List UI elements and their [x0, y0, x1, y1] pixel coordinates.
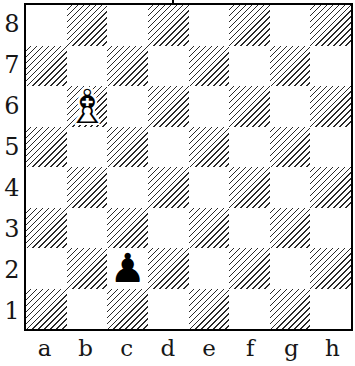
file-label-b: b: [65, 331, 106, 364]
square-a3[interactable]: [26, 208, 67, 249]
square-a6[interactable]: [26, 86, 67, 127]
file-label-h: h: [312, 331, 353, 364]
file-label-e: e: [189, 331, 230, 364]
square-g8[interactable]: [270, 5, 311, 46]
square-f2[interactable]: [229, 248, 270, 289]
square-h8[interactable]: [310, 5, 351, 46]
square-h4[interactable]: [310, 167, 351, 208]
square-f5[interactable]: [229, 127, 270, 168]
square-d4[interactable]: [148, 167, 189, 208]
square-b2[interactable]: [67, 248, 108, 289]
file-labels: abcdefgh: [24, 331, 353, 364]
file-label-g: g: [271, 331, 312, 364]
chess-board: ♝♗♟: [24, 3, 353, 331]
square-b4[interactable]: [67, 167, 108, 208]
square-g2[interactable]: [270, 248, 311, 289]
square-f4[interactable]: [229, 167, 270, 208]
square-e5[interactable]: [189, 127, 230, 168]
square-a8[interactable]: [26, 5, 67, 46]
square-b5[interactable]: [67, 127, 108, 168]
white-bishop-piece[interactable]: ♝♗: [67, 86, 108, 127]
square-f8[interactable]: [229, 5, 270, 46]
square-h5[interactable]: [310, 127, 351, 168]
square-c4[interactable]: [107, 167, 148, 208]
square-e7[interactable]: [189, 46, 230, 87]
square-b3[interactable]: [67, 208, 108, 249]
square-g7[interactable]: [270, 46, 311, 87]
square-d7[interactable]: [148, 46, 189, 87]
square-a4[interactable]: [26, 167, 67, 208]
square-h7[interactable]: [310, 46, 351, 87]
square-d2[interactable]: [148, 248, 189, 289]
square-a5[interactable]: [26, 127, 67, 168]
rank-label-2: 2: [0, 249, 24, 290]
square-g1[interactable]: [270, 289, 311, 330]
file-label-d: d: [147, 331, 188, 364]
square-g3[interactable]: [270, 208, 311, 249]
square-c6[interactable]: [107, 86, 148, 127]
file-label-a: a: [24, 331, 65, 364]
square-c3[interactable]: [107, 208, 148, 249]
square-a2[interactable]: [26, 248, 67, 289]
rank-label-6: 6: [0, 85, 24, 126]
file-label-f: f: [230, 331, 271, 364]
square-b8[interactable]: [67, 5, 108, 46]
square-e1[interactable]: [189, 289, 230, 330]
square-d5[interactable]: [148, 127, 189, 168]
square-f6[interactable]: [229, 86, 270, 127]
rank-label-3: 3: [0, 208, 24, 249]
square-g5[interactable]: [270, 127, 311, 168]
square-h1[interactable]: [310, 289, 351, 330]
square-d3[interactable]: [148, 208, 189, 249]
square-d8[interactable]: [148, 5, 189, 46]
rank-label-4: 4: [0, 167, 24, 208]
square-e6[interactable]: [189, 86, 230, 127]
rank-label-7: 7: [0, 44, 24, 85]
square-d6[interactable]: [148, 86, 189, 127]
square-d1[interactable]: [148, 289, 189, 330]
square-h6[interactable]: [310, 86, 351, 127]
square-f1[interactable]: [229, 289, 270, 330]
square-b1[interactable]: [67, 289, 108, 330]
square-e3[interactable]: [189, 208, 230, 249]
square-c5[interactable]: [107, 127, 148, 168]
square-h2[interactable]: [310, 248, 351, 289]
rank-label-5: 5: [0, 126, 24, 167]
square-e2[interactable]: [189, 248, 230, 289]
chess-diagram: 87654321 ♝♗♟ abcdefgh: [0, 0, 355, 366]
rank-labels: 87654321: [0, 3, 24, 331]
square-b6[interactable]: ♝♗: [67, 86, 108, 127]
rank-label-1: 1: [0, 290, 24, 331]
square-h3[interactable]: [310, 208, 351, 249]
square-c1[interactable]: [107, 289, 148, 330]
square-a1[interactable]: [26, 289, 67, 330]
square-g6[interactable]: [270, 86, 311, 127]
square-e4[interactable]: [189, 167, 230, 208]
square-c7[interactable]: [107, 46, 148, 87]
square-a7[interactable]: [26, 46, 67, 87]
square-f3[interactable]: [229, 208, 270, 249]
square-g4[interactable]: [270, 167, 311, 208]
rank-label-8: 8: [0, 3, 24, 44]
file-label-c: c: [106, 331, 147, 364]
square-f7[interactable]: [229, 46, 270, 87]
square-c8[interactable]: [107, 5, 148, 46]
white-piece-outline-layer: ♗: [67, 86, 108, 127]
square-c2[interactable]: ♟: [107, 248, 148, 289]
square-e8[interactable]: [189, 5, 230, 46]
black-pawn-piece[interactable]: ♟: [110, 248, 146, 288]
